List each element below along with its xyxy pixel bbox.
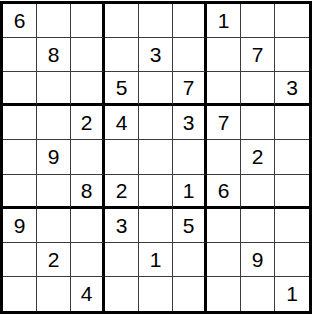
cell-r7c2[interactable] bbox=[37, 209, 71, 243]
cell-r8c9[interactable] bbox=[275, 243, 309, 277]
cell-r3c3[interactable] bbox=[71, 72, 105, 106]
sudoku-board: 61837573243792821693521941 bbox=[0, 1, 312, 314]
cell-r1c6[interactable] bbox=[173, 4, 207, 38]
cell-r2c3[interactable] bbox=[71, 38, 105, 72]
cell-r3c8[interactable] bbox=[241, 72, 275, 106]
cell-r6c5[interactable] bbox=[139, 175, 173, 209]
cell-r7c3[interactable] bbox=[71, 209, 105, 243]
cell-r8c5[interactable]: 1 bbox=[139, 243, 173, 277]
cell-r1c9[interactable] bbox=[275, 4, 309, 38]
cell-r2c4[interactable] bbox=[105, 38, 139, 72]
cell-r3c9[interactable]: 3 bbox=[275, 72, 309, 106]
cell-r5c9[interactable] bbox=[275, 140, 309, 174]
cell-r9c1[interactable] bbox=[3, 277, 37, 311]
cell-r5c8[interactable]: 2 bbox=[241, 140, 275, 174]
cell-r9c3[interactable]: 4 bbox=[71, 277, 105, 311]
cell-r5c4[interactable] bbox=[105, 140, 139, 174]
cell-r2c9[interactable] bbox=[275, 38, 309, 72]
cell-r9c5[interactable] bbox=[139, 277, 173, 311]
cell-r2c2[interactable]: 8 bbox=[37, 38, 71, 72]
cell-r6c8[interactable] bbox=[241, 175, 275, 209]
cell-r4c1[interactable] bbox=[3, 106, 37, 140]
cell-r7c4[interactable]: 3 bbox=[105, 209, 139, 243]
cell-r5c7[interactable] bbox=[207, 140, 241, 174]
cell-r5c1[interactable] bbox=[3, 140, 37, 174]
cell-r3c4[interactable]: 5 bbox=[105, 72, 139, 106]
cell-r9c6[interactable] bbox=[173, 277, 207, 311]
board-wrapper: 61837573243792821693521941 bbox=[0, 0, 312, 314]
cell-r8c8[interactable]: 9 bbox=[241, 243, 275, 277]
cell-r1c7[interactable]: 1 bbox=[207, 4, 241, 38]
cell-r8c7[interactable] bbox=[207, 243, 241, 277]
cell-r2c8[interactable]: 7 bbox=[241, 38, 275, 72]
cell-r2c6[interactable] bbox=[173, 38, 207, 72]
cell-r5c6[interactable] bbox=[173, 140, 207, 174]
cell-r3c5[interactable] bbox=[139, 72, 173, 106]
cell-r7c8[interactable] bbox=[241, 209, 275, 243]
cell-r4c6[interactable]: 3 bbox=[173, 106, 207, 140]
cell-r7c1[interactable]: 9 bbox=[3, 209, 37, 243]
cell-r8c6[interactable] bbox=[173, 243, 207, 277]
cell-r5c5[interactable] bbox=[139, 140, 173, 174]
cell-r7c6[interactable]: 5 bbox=[173, 209, 207, 243]
cell-r6c2[interactable] bbox=[37, 175, 71, 209]
cell-r8c3[interactable] bbox=[71, 243, 105, 277]
cell-r1c2[interactable] bbox=[37, 4, 71, 38]
cell-r1c3[interactable] bbox=[71, 4, 105, 38]
cell-r4c7[interactable]: 7 bbox=[207, 106, 241, 140]
cell-r9c9[interactable]: 1 bbox=[275, 277, 309, 311]
cell-r6c7[interactable]: 6 bbox=[207, 175, 241, 209]
cell-r8c1[interactable] bbox=[3, 243, 37, 277]
cell-r2c7[interactable] bbox=[207, 38, 241, 72]
cell-r6c4[interactable]: 2 bbox=[105, 175, 139, 209]
cell-r1c1[interactable]: 6 bbox=[3, 4, 37, 38]
cell-r2c5[interactable]: 3 bbox=[139, 38, 173, 72]
cell-r3c2[interactable] bbox=[37, 72, 71, 106]
cell-r5c3[interactable] bbox=[71, 140, 105, 174]
cell-r4c4[interactable]: 4 bbox=[105, 106, 139, 140]
cell-r9c4[interactable] bbox=[105, 277, 139, 311]
cell-r3c1[interactable] bbox=[3, 72, 37, 106]
cell-r4c9[interactable] bbox=[275, 106, 309, 140]
cell-r6c9[interactable] bbox=[275, 175, 309, 209]
cell-r9c7[interactable] bbox=[207, 277, 241, 311]
cell-r7c5[interactable] bbox=[139, 209, 173, 243]
cell-r3c7[interactable] bbox=[207, 72, 241, 106]
cell-r1c4[interactable] bbox=[105, 4, 139, 38]
cell-r8c4[interactable] bbox=[105, 243, 139, 277]
cell-r9c8[interactable] bbox=[241, 277, 275, 311]
cell-r4c2[interactable] bbox=[37, 106, 71, 140]
cell-r5c2[interactable]: 9 bbox=[37, 140, 71, 174]
cell-r6c3[interactable]: 8 bbox=[71, 175, 105, 209]
cell-r3c6[interactable]: 7 bbox=[173, 72, 207, 106]
cell-r9c2[interactable] bbox=[37, 277, 71, 311]
cell-r8c2[interactable]: 2 bbox=[37, 243, 71, 277]
cell-r4c5[interactable] bbox=[139, 106, 173, 140]
cell-r1c8[interactable] bbox=[241, 4, 275, 38]
cell-r7c7[interactable] bbox=[207, 209, 241, 243]
cell-r6c6[interactable]: 1 bbox=[173, 175, 207, 209]
cell-r1c5[interactable] bbox=[139, 4, 173, 38]
cell-r7c9[interactable] bbox=[275, 209, 309, 243]
cell-r4c8[interactable] bbox=[241, 106, 275, 140]
cell-r2c1[interactable] bbox=[3, 38, 37, 72]
cell-r6c1[interactable] bbox=[3, 175, 37, 209]
cell-r4c3[interactable]: 2 bbox=[71, 106, 105, 140]
